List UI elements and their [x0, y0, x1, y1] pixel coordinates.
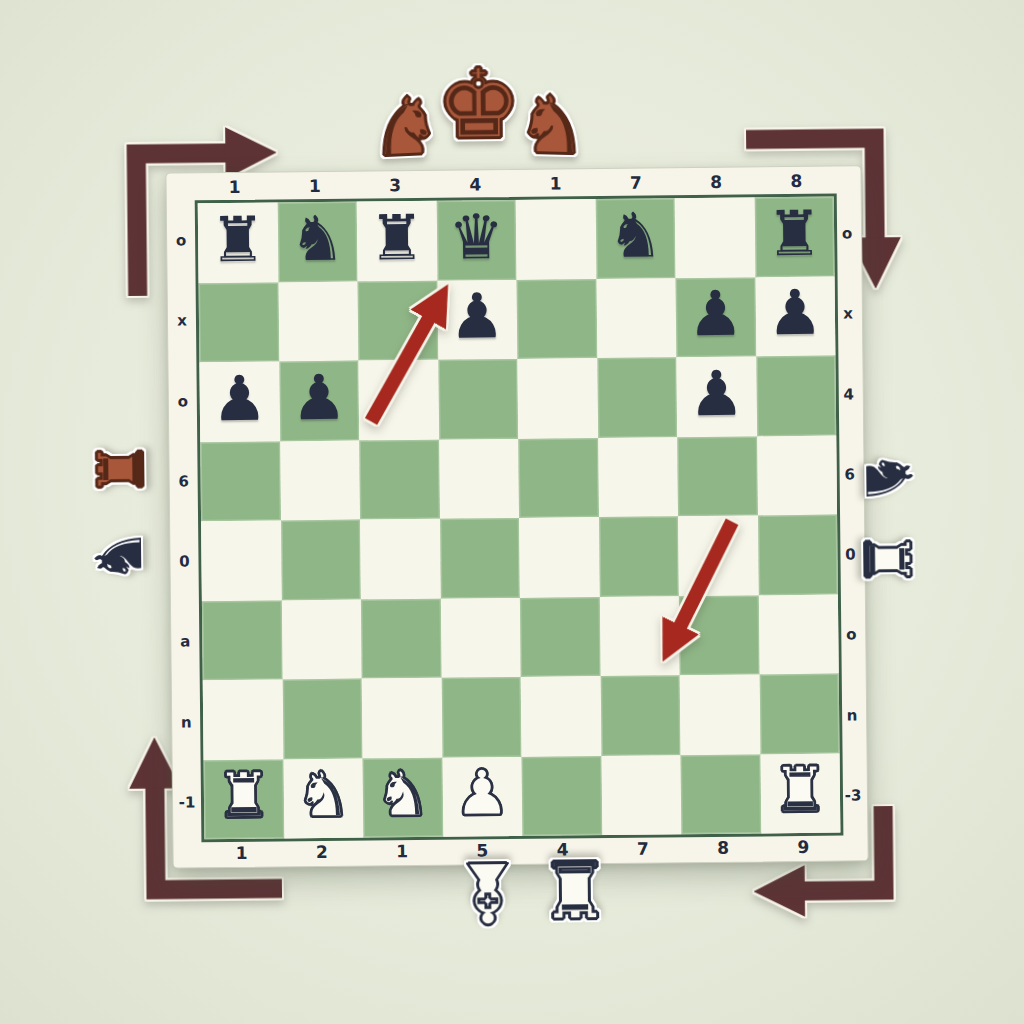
square-r6c8[interactable] [758, 594, 838, 674]
square-r3c7[interactable]: ♟ [676, 356, 756, 436]
square-r8c7[interactable] [681, 754, 761, 834]
right-label-1: o [834, 193, 861, 274]
left-label-5: 0 [171, 521, 198, 602]
black-piece[interactable]: ♟ [211, 367, 267, 430]
decor-brown-rook-sideways: ♜ [90, 441, 153, 497]
top-label-2: 1 [275, 173, 356, 199]
left-label-8: -1 [174, 762, 201, 843]
square-r7c8[interactable] [759, 674, 839, 754]
square-r7c4[interactable] [441, 677, 521, 757]
square-r4c7[interactable] [677, 436, 757, 516]
white-piece[interactable]: ♞ [295, 764, 351, 827]
black-piece[interactable]: ♟ [767, 282, 823, 345]
square-r8c4[interactable]: ♟ [442, 756, 522, 836]
square-r2c7[interactable]: ♟ [676, 277, 756, 357]
square-r2c8[interactable]: ♟ [755, 276, 835, 356]
square-r3c6[interactable] [597, 357, 677, 437]
square-r7c7[interactable] [680, 674, 760, 754]
square-r6c3[interactable] [361, 598, 441, 678]
bottom-label-8: 9 [763, 833, 844, 861]
left-label-2: x [169, 281, 196, 362]
square-r5c8[interactable] [758, 515, 838, 595]
square-r7c2[interactable] [282, 679, 362, 759]
square-r5c3[interactable] [360, 519, 440, 599]
square-r5c7[interactable] [678, 515, 758, 595]
square-r2c5[interactable] [517, 279, 597, 359]
square-r4c4[interactable] [439, 438, 519, 518]
decor-black-knight-sideways-left: ♞ [87, 527, 152, 585]
board-frame: 11341788 12154789 oxo60an-1 ox460on-3 ♜♞… [165, 165, 868, 868]
square-r8c1[interactable]: ♜ [204, 759, 284, 839]
square-r1c5[interactable] [516, 199, 596, 279]
square-r2c1[interactable] [199, 282, 279, 362]
square-r4c8[interactable] [757, 435, 837, 515]
left-label-4: 6 [170, 441, 197, 522]
decor-brown-knight-right: ♞ [515, 85, 589, 167]
square-r7c3[interactable] [362, 678, 442, 758]
square-r1c6[interactable]: ♞ [595, 198, 675, 278]
square-r1c8[interactable]: ♜ [754, 197, 834, 277]
square-r5c2[interactable] [281, 520, 361, 600]
black-piece[interactable]: ♞ [607, 204, 663, 267]
square-r6c5[interactable] [520, 597, 600, 677]
bottom-label-1: 1 [201, 838, 282, 866]
bottom-label-6: 7 [603, 834, 684, 862]
square-r2c6[interactable] [596, 278, 676, 358]
square-r8c6[interactable] [601, 755, 681, 835]
square-r4c3[interactable] [359, 439, 439, 519]
square-r6c7[interactable] [679, 595, 759, 675]
bottom-label-7: 8 [683, 833, 764, 861]
top-label-4: 4 [435, 171, 516, 197]
square-r4c2[interactable] [280, 440, 360, 520]
decor-brown-knight-left: ♞ [368, 86, 443, 169]
square-r5c6[interactable] [599, 516, 679, 596]
left-label-1: o [168, 200, 195, 281]
square-r3c2[interactable]: ♟ [279, 361, 359, 441]
square-r3c1[interactable]: ♟ [199, 361, 279, 441]
black-piece[interactable]: ♟ [449, 285, 505, 348]
square-r5c1[interactable] [201, 520, 281, 600]
square-r6c1[interactable] [202, 600, 282, 680]
right-label-3: 4 [835, 354, 862, 435]
right-label-6: o [838, 595, 865, 676]
black-piece[interactable]: ♟ [688, 362, 744, 425]
right-label-2: x [835, 274, 862, 355]
square-r1c4[interactable]: ♛ [436, 200, 516, 280]
square-r8c3[interactable]: ♞ [363, 757, 443, 837]
square-r3c4[interactable] [438, 359, 518, 439]
top-label-8: 8 [756, 168, 837, 194]
white-piece[interactable]: ♜ [216, 765, 272, 828]
square-r3c5[interactable] [517, 358, 597, 438]
square-r8c5[interactable] [522, 756, 602, 836]
square-r7c5[interactable] [521, 676, 601, 756]
chess-illustration: 11341788 12154789 oxo60an-1 ox460on-3 ♜♞… [0, 0, 1024, 1024]
square-r6c4[interactable] [440, 597, 520, 677]
square-r1c7[interactable] [675, 197, 755, 277]
right-label-7: n [839, 675, 866, 756]
decor-white-bishop-upside-down: ♝ [450, 850, 526, 935]
square-r7c6[interactable] [600, 675, 680, 755]
top-label-1: 1 [194, 173, 275, 199]
square-r4c6[interactable] [598, 437, 678, 517]
square-r2c4[interactable]: ♟ [437, 279, 517, 359]
square-r7c1[interactable] [203, 679, 283, 759]
black-piece[interactable]: ♛ [448, 206, 504, 269]
square-r4c5[interactable] [518, 438, 598, 518]
decor-black-knight-sideways-right: ♞ [856, 449, 921, 507]
decor-white-rook-sideways: ♜ [855, 531, 918, 587]
square-r8c8[interactable]: ♜ [760, 753, 840, 833]
black-piece[interactable]: ♟ [688, 283, 744, 346]
black-piece[interactable]: ♜ [766, 202, 822, 265]
square-r6c2[interactable] [281, 599, 361, 679]
right-label-8: -3 [840, 755, 867, 836]
white-piece[interactable]: ♟ [454, 762, 510, 825]
square-r5c5[interactable] [519, 517, 599, 597]
top-label-6: 7 [596, 169, 677, 195]
square-r8c2[interactable]: ♞ [283, 758, 363, 838]
decor-brown-king: ♚ [435, 56, 522, 153]
square-r3c3[interactable] [358, 360, 438, 440]
left-label-6: a [172, 602, 199, 683]
bottom-label-2: 2 [282, 838, 363, 866]
square-r5c4[interactable] [440, 518, 520, 598]
black-piece[interactable]: ♜ [210, 208, 266, 271]
black-piece[interactable]: ♜ [369, 207, 425, 270]
top-label-7: 8 [676, 168, 757, 194]
decor-white-rook-upside-down: ♜ [540, 849, 611, 928]
square-r1c3[interactable]: ♜ [357, 201, 437, 281]
white-piece[interactable]: ♞ [375, 763, 431, 826]
square-r1c1[interactable]: ♜ [198, 202, 278, 282]
square-r2c3[interactable] [358, 280, 438, 360]
square-r3c8[interactable] [756, 356, 836, 436]
square-r2c2[interactable] [278, 281, 358, 361]
top-label-3: 3 [355, 172, 436, 198]
white-piece[interactable]: ♜ [772, 759, 828, 822]
left-label-7: n [173, 682, 200, 763]
square-r1c2[interactable]: ♞ [277, 202, 357, 282]
square-r4c1[interactable] [200, 441, 280, 521]
board-grid: ♜♞♜♛♞♜♟♟♟♟♟♟♜♞♞♟♜ [195, 194, 844, 843]
square-r6c6[interactable] [599, 596, 679, 676]
black-piece[interactable]: ♞ [289, 207, 345, 270]
bottom-label-3: 1 [362, 837, 443, 865]
left-label-3: o [169, 361, 196, 442]
black-piece[interactable]: ♟ [291, 366, 347, 429]
top-label-5: 1 [515, 170, 596, 196]
